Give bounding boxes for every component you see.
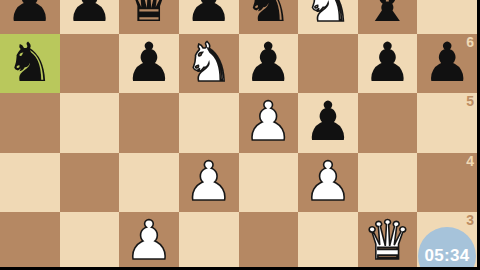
square-g7[interactable]: ♝ [358, 0, 418, 34]
square-a5[interactable] [0, 93, 60, 153]
chess-board: ♟♟♛♟♞♞♝♞♟♞♟♟♟6♟♟5♟♟4♟♛3 [0, 0, 477, 267]
square-d6[interactable]: ♞ [179, 34, 239, 94]
square-g4[interactable] [358, 153, 418, 213]
square-c7[interactable]: ♛ [119, 0, 179, 34]
square-d5[interactable] [179, 93, 239, 153]
square-f7[interactable]: ♞ [298, 0, 358, 34]
square-e6[interactable]: ♟ [239, 34, 299, 94]
white-pawn[interactable]: ♟ [304, 152, 352, 212]
square-e3[interactable] [239, 212, 299, 267]
black-pawn[interactable]: ♟ [423, 33, 471, 93]
white-knight[interactable]: ♞ [304, 0, 352, 33]
square-c5[interactable] [119, 93, 179, 153]
square-h4[interactable]: 4 [417, 153, 477, 213]
white-queen[interactable]: ♛ [363, 211, 411, 267]
black-knight[interactable]: ♞ [244, 0, 292, 33]
black-bishop[interactable]: ♝ [363, 0, 411, 33]
square-h6[interactable]: ♟6 [417, 34, 477, 94]
square-f3[interactable] [298, 212, 358, 267]
black-queen[interactable]: ♛ [125, 0, 173, 33]
black-pawn[interactable]: ♟ [6, 0, 54, 33]
square-g6[interactable]: ♟ [358, 34, 418, 94]
square-d3[interactable] [179, 212, 239, 267]
square-b6[interactable] [60, 34, 120, 94]
square-g5[interactable] [358, 93, 418, 153]
rank-label-3: 3 [466, 212, 474, 228]
square-c6[interactable]: ♟ [119, 34, 179, 94]
white-pawn[interactable]: ♟ [244, 92, 292, 152]
square-e5[interactable]: ♟ [239, 93, 299, 153]
square-b5[interactable] [60, 93, 120, 153]
white-knight[interactable]: ♞ [184, 33, 232, 93]
black-pawn[interactable]: ♟ [184, 0, 232, 33]
square-f4[interactable]: ♟ [298, 153, 358, 213]
black-pawn[interactable]: ♟ [363, 33, 411, 93]
square-a3[interactable] [0, 212, 60, 267]
black-pawn[interactable]: ♟ [304, 92, 352, 152]
square-a7[interactable]: ♟ [0, 0, 60, 34]
square-d7[interactable]: ♟ [179, 0, 239, 34]
rank-label-4: 4 [466, 153, 474, 169]
rank-label-5: 5 [466, 93, 474, 109]
square-g3[interactable]: ♛ [358, 212, 418, 267]
black-pawn[interactable]: ♟ [244, 33, 292, 93]
clock-time: 05:34 [425, 246, 470, 266]
square-c4[interactable] [119, 153, 179, 213]
square-a4[interactable] [0, 153, 60, 213]
black-pawn[interactable]: ♟ [125, 33, 173, 93]
square-e7[interactable]: ♞ [239, 0, 299, 34]
square-a6[interactable]: ♞ [0, 34, 60, 94]
square-c3[interactable]: ♟ [119, 212, 179, 267]
white-pawn[interactable]: ♟ [184, 152, 232, 212]
square-b7[interactable]: ♟ [60, 0, 120, 34]
square-d4[interactable]: ♟ [179, 153, 239, 213]
black-pawn[interactable]: ♟ [65, 0, 113, 33]
rank-label-6: 6 [466, 34, 474, 50]
square-f5[interactable]: ♟ [298, 93, 358, 153]
square-f6[interactable] [298, 34, 358, 94]
square-b3[interactable] [60, 212, 120, 267]
square-h5[interactable]: 5 [417, 93, 477, 153]
square-h7[interactable] [417, 0, 477, 34]
white-pawn[interactable]: ♟ [125, 211, 173, 267]
board-viewport: ♟♟♛♟♞♞♝♞♟♞♟♟♟6♟♟5♟♟4♟♛3 05:34 [0, 0, 477, 267]
square-e4[interactable] [239, 153, 299, 213]
black-knight[interactable]: ♞ [6, 33, 54, 93]
square-b4[interactable] [60, 153, 120, 213]
